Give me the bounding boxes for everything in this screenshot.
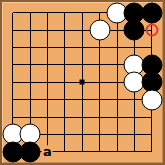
black-stone xyxy=(124,20,145,41)
intersection-6-8 xyxy=(91,126,108,143)
intersection-4-7 xyxy=(56,108,73,125)
black-stone xyxy=(20,141,41,162)
intersection-9-7 xyxy=(143,108,160,125)
white-stone xyxy=(89,20,110,41)
intersection-4-6 xyxy=(56,91,73,108)
intersection-7-9 xyxy=(108,143,125,160)
intersection-5-5 xyxy=(74,74,91,91)
intersection-9-1 xyxy=(143,4,160,21)
intersection-2-1 xyxy=(21,4,38,21)
star-point xyxy=(80,80,85,85)
intersection-5-7 xyxy=(74,108,91,125)
intersection-7-3 xyxy=(108,39,125,56)
intersection-2-6 xyxy=(21,91,38,108)
intersection-4-4 xyxy=(56,56,73,73)
intersection-6-9 xyxy=(91,143,108,160)
intersection-6-2 xyxy=(91,21,108,38)
intersection-4-2 xyxy=(56,21,73,38)
intersection-3-4 xyxy=(39,56,56,73)
intersection-1-2 xyxy=(4,21,21,38)
intersection-3-2 xyxy=(39,21,56,38)
intersection-3-1 xyxy=(39,4,56,21)
black-stone xyxy=(141,2,162,23)
intersection-3-5 xyxy=(39,74,56,91)
intersection-1-3 xyxy=(4,39,21,56)
red-circle-marker xyxy=(145,24,158,37)
white-stone xyxy=(141,89,162,110)
intersection-8-9 xyxy=(126,143,143,160)
intersection-8-8 xyxy=(126,126,143,143)
intersection-9-8 xyxy=(143,126,160,143)
intersection-6-6 xyxy=(91,91,108,108)
go-board: a xyxy=(0,0,165,165)
intersection-6-7 xyxy=(91,108,108,125)
point-label-a: a xyxy=(42,145,53,158)
intersection-2-3 xyxy=(21,39,38,56)
intersection-3-3 xyxy=(39,39,56,56)
intersection-4-5 xyxy=(56,74,73,91)
intersection-8-7 xyxy=(126,108,143,125)
intersection-6-3 xyxy=(91,39,108,56)
intersection-7-8 xyxy=(108,126,125,143)
intersection-3-6 xyxy=(39,91,56,108)
intersection-6-4 xyxy=(91,56,108,73)
intersection-2-5 xyxy=(21,74,38,91)
intersection-1-4 xyxy=(4,56,21,73)
intersection-9-9 xyxy=(143,143,160,160)
intersection-1-5 xyxy=(4,74,21,91)
intersection-1-1 xyxy=(4,4,21,21)
go-grid: a xyxy=(4,4,161,161)
intersection-3-9: a xyxy=(39,143,56,160)
intersection-3-7 xyxy=(39,108,56,125)
intersection-3-8 xyxy=(39,126,56,143)
intersection-9-2 xyxy=(143,21,160,38)
intersection-2-2 xyxy=(21,21,38,38)
intersection-2-9 xyxy=(21,143,38,160)
intersection-7-7 xyxy=(108,108,125,125)
intersection-9-6 xyxy=(143,91,160,108)
intersection-7-6 xyxy=(108,91,125,108)
intersection-5-9 xyxy=(74,143,91,160)
intersection-1-6 xyxy=(4,91,21,108)
intersection-5-8 xyxy=(74,126,91,143)
intersection-4-8 xyxy=(56,126,73,143)
intersection-8-2 xyxy=(126,21,143,38)
intersection-5-3 xyxy=(74,39,91,56)
intersection-2-4 xyxy=(21,56,38,73)
intersection-4-3 xyxy=(56,39,73,56)
intersection-5-4 xyxy=(74,56,91,73)
intersection-4-1 xyxy=(56,4,73,21)
intersection-4-9 xyxy=(56,143,73,160)
intersection-6-5 xyxy=(91,74,108,91)
intersection-5-6 xyxy=(74,91,91,108)
intersection-5-1 xyxy=(74,4,91,21)
